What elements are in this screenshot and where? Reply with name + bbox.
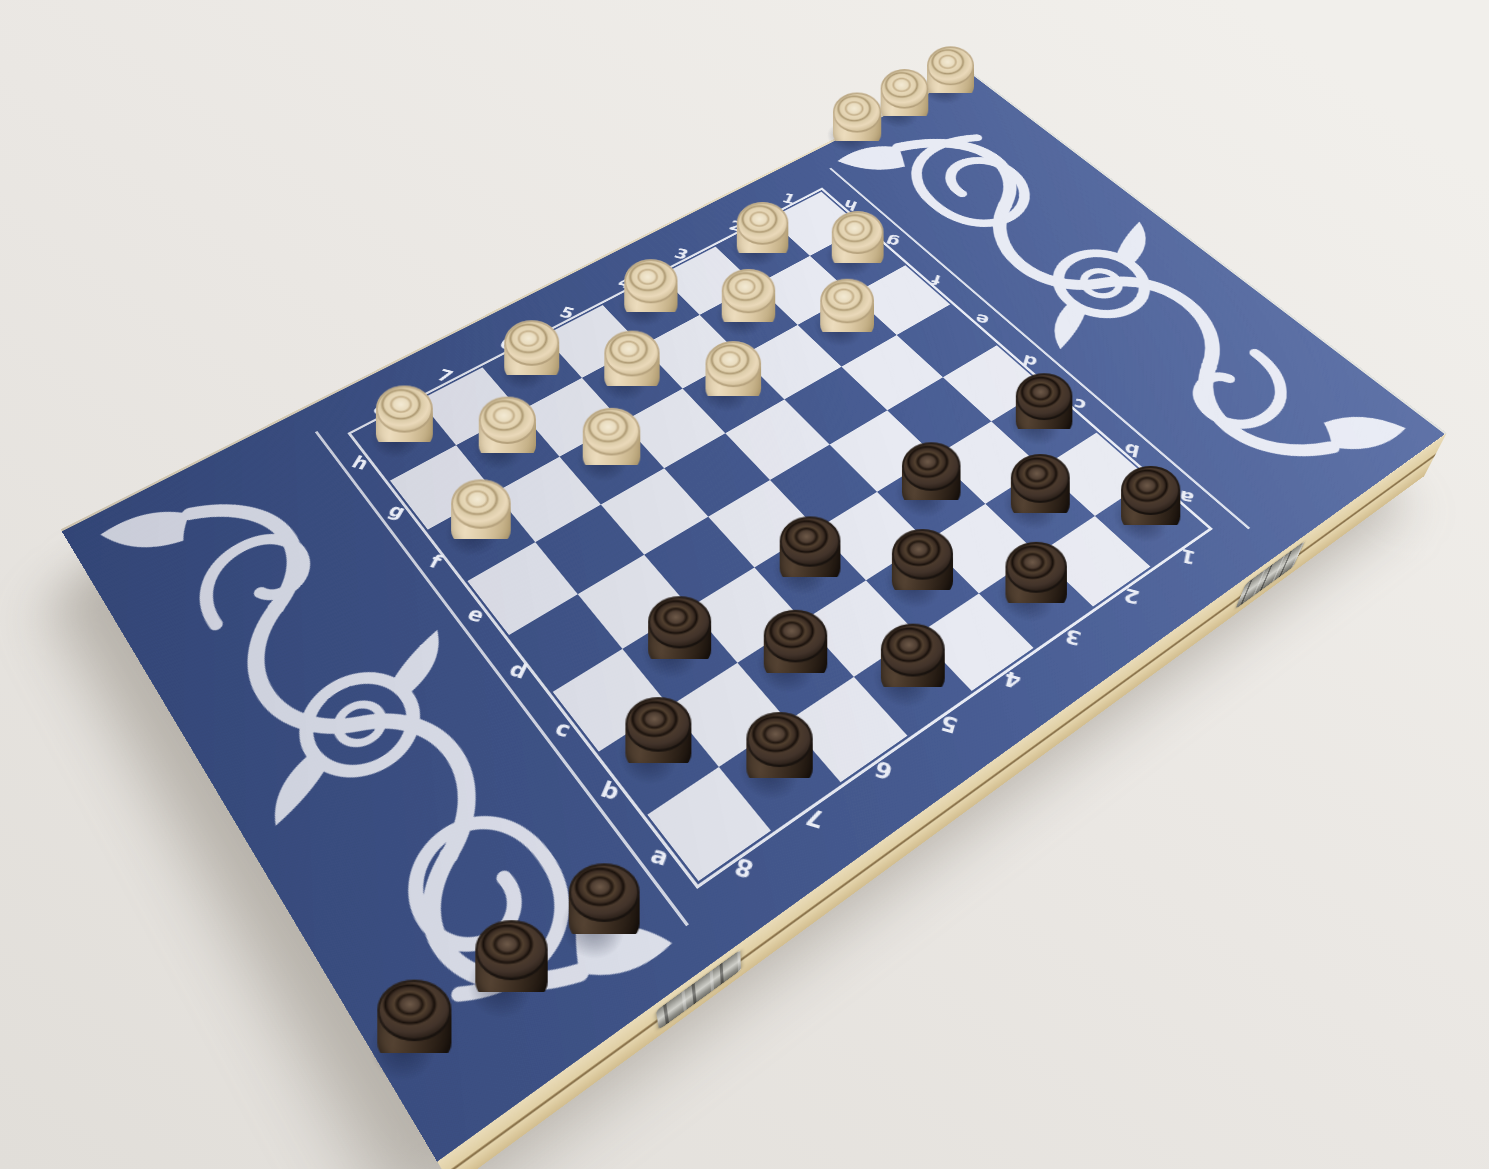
- piece-top-face: [722, 269, 776, 313]
- piece-top-face: [881, 624, 945, 677]
- piece-top-face: [881, 69, 929, 108]
- piece-top-face: [705, 341, 761, 387]
- rank-label-right-7: 7: [797, 800, 835, 835]
- rank-label-right-2: 2: [1116, 581, 1148, 610]
- rank-label-right-6: 6: [866, 753, 903, 787]
- piece-top-face: [504, 320, 559, 366]
- piece-top-face: [625, 697, 691, 752]
- photo-scene: 1122334455667788hhggffeeddccbbaa: [0, 0, 1489, 1169]
- piece-top-face: [1016, 373, 1073, 420]
- piece-top-face: [746, 712, 812, 767]
- piece-top-face: [737, 202, 789, 245]
- piece-top-face: [820, 279, 874, 324]
- piece-top-face: [377, 980, 451, 1041]
- piece-top-face: [569, 863, 640, 922]
- piece-top-face: [624, 259, 677, 303]
- black-man-a5[interactable]: [880, 623, 946, 704]
- piece-top-face: [780, 516, 841, 566]
- piece-top-face: [892, 529, 953, 580]
- piece-top-face: [376, 386, 433, 433]
- piece-top-face: [1005, 542, 1066, 593]
- file-label-top-e: e: [968, 308, 997, 330]
- piece-top-face: [479, 397, 536, 444]
- piece-top-face: [451, 479, 511, 528]
- file-label-bottom-h: h: [343, 450, 378, 475]
- piece-top-face: [604, 331, 659, 377]
- piece-top-face: [648, 596, 711, 648]
- piece-top-face: [902, 442, 961, 490]
- piece-top-face: [833, 93, 881, 133]
- piece-top-face: [832, 211, 884, 254]
- piece-top-face: [764, 610, 827, 663]
- piece-top-face: [927, 46, 974, 85]
- piece-top-face: [1121, 466, 1180, 515]
- piece-top-face: [583, 408, 641, 456]
- piece-top-face: [475, 920, 547, 980]
- piece-top-face: [1011, 454, 1070, 503]
